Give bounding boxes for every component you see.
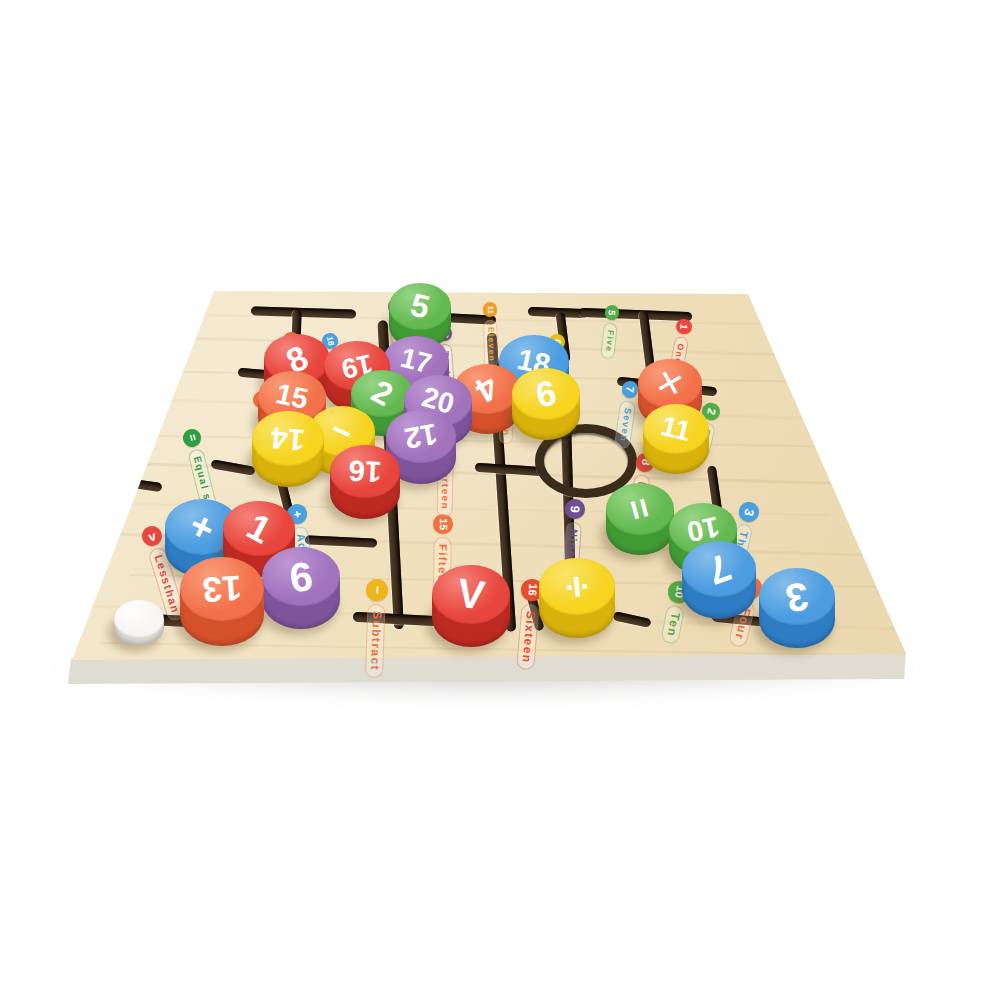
station-number: − xyxy=(370,586,384,595)
disc-14[interactable]: 14 xyxy=(252,411,324,487)
station-number: 3 xyxy=(742,507,756,517)
station-number: 16 xyxy=(526,583,538,596)
disc-equals[interactable]: = xyxy=(606,483,674,555)
station-number-badge: 9 xyxy=(565,499,586,520)
disc-7[interactable]: 7 xyxy=(682,541,756,619)
disc-label: 16 xyxy=(329,443,402,500)
station-number-badge: − xyxy=(366,579,388,601)
disc-11[interactable]: 11 xyxy=(643,404,709,474)
disc-divide[interactable]: ÷ xyxy=(539,558,615,639)
disc-13[interactable]: 13 xyxy=(180,557,264,646)
station-number-badge: 5 xyxy=(604,304,620,320)
board-surface xyxy=(0,0,1000,1000)
disc-label: 9 xyxy=(258,542,343,612)
disc-label: V xyxy=(428,560,513,630)
station-number: 9 xyxy=(568,505,581,513)
station-number-badge: 3 xyxy=(737,500,761,524)
station-number: 15 xyxy=(438,518,449,530)
disc-label: 14 xyxy=(250,408,326,469)
station-number: 11 xyxy=(486,305,494,313)
station-number-badge: = xyxy=(181,427,203,449)
station-subtract: −Subtract xyxy=(342,578,409,679)
maze-slot xyxy=(251,306,356,318)
disc-label xyxy=(114,600,164,638)
station-number-badge: 11 xyxy=(482,301,497,316)
disc-16[interactable]: 16 xyxy=(330,445,400,519)
disc-label: ÷ xyxy=(545,546,609,627)
station-number: = xyxy=(186,433,199,442)
maze-slot xyxy=(103,475,163,492)
disc-lessthan[interactable]: V xyxy=(432,565,510,648)
disc-3[interactable]: 3 xyxy=(759,568,835,649)
station-number: 1 xyxy=(679,323,690,330)
station-word-capsule: Subtract xyxy=(365,603,385,678)
station-number-badge: 1 xyxy=(675,318,693,336)
disc-blank[interactable] xyxy=(114,600,164,646)
station-number: 5 xyxy=(607,309,617,315)
disc-9[interactable]: 9 xyxy=(262,547,340,630)
disc-6[interactable]: 6 xyxy=(512,368,580,440)
scene: 17Seventeen12Twelve18EighteenXMultiply11… xyxy=(0,0,1000,1000)
station-word-capsule: Five xyxy=(600,322,618,360)
disc-label: 13 xyxy=(178,555,266,625)
